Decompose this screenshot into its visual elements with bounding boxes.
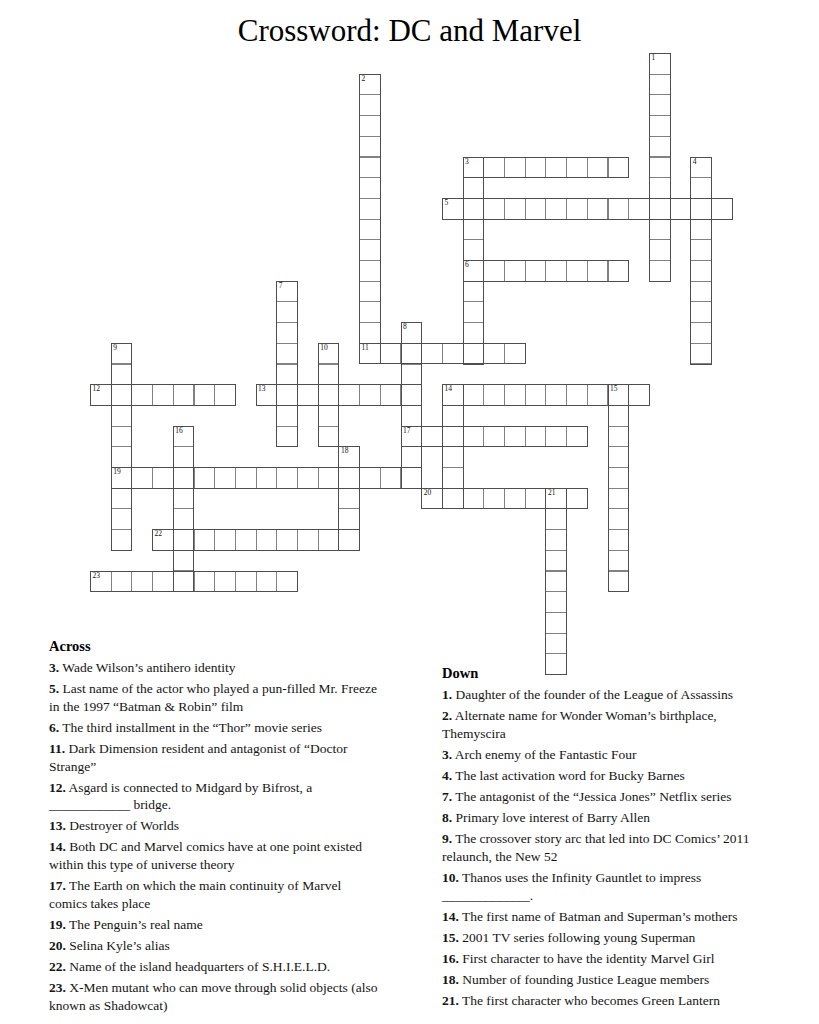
- grid-cell[interactable]: 19: [111, 467, 133, 489]
- grid-cell[interactable]: [545, 198, 567, 220]
- grid-cell[interactable]: [608, 198, 630, 220]
- grid-cell[interactable]: [608, 571, 630, 593]
- grid-cell[interactable]: [401, 364, 423, 386]
- grid-cell[interactable]: [173, 384, 195, 406]
- grid-cell[interactable]: [359, 301, 381, 323]
- grid-cell[interactable]: [401, 405, 423, 427]
- grid-cell[interactable]: [566, 260, 588, 282]
- grid-cell[interactable]: [483, 198, 505, 220]
- grid-cell[interactable]: [152, 571, 174, 593]
- grid-cell[interactable]: [545, 426, 567, 448]
- grid-cell[interactable]: [545, 260, 567, 282]
- clue-number: 22: [155, 530, 163, 538]
- grid-cell[interactable]: 3: [463, 157, 485, 179]
- grid-cell[interactable]: [380, 384, 402, 406]
- grid-cell[interactable]: [690, 322, 712, 344]
- grid-cell[interactable]: [608, 550, 630, 572]
- grid-cell[interactable]: [442, 405, 464, 427]
- grid-cell[interactable]: 17: [401, 426, 423, 448]
- clue-item-number: 22.: [49, 959, 66, 974]
- grid-cell[interactable]: [318, 384, 340, 406]
- grid-cell[interactable]: [338, 508, 360, 530]
- clue-item-12: 12. Asgard is connected to Midgard by Bi…: [49, 779, 427, 814]
- grid-cell[interactable]: [463, 343, 485, 365]
- clue-number: 16: [175, 427, 183, 435]
- clue-number: 18: [341, 447, 349, 455]
- clue-number: 17: [403, 427, 411, 435]
- grid-cell[interactable]: [628, 198, 650, 220]
- clue-item-number: 2.: [442, 708, 452, 723]
- clue-item-text: X-Men mutant who can move through solid …: [49, 980, 377, 1013]
- grid-cell[interactable]: [214, 571, 236, 593]
- grid-cell[interactable]: [608, 508, 630, 530]
- grid-cell[interactable]: [111, 426, 133, 448]
- grid-cell[interactable]: [359, 384, 381, 406]
- grid-cell[interactable]: [649, 74, 671, 96]
- clue-item-text: The Penguin’s real name: [66, 917, 203, 932]
- grid-cell[interactable]: [525, 157, 547, 179]
- clue-item-20: 20. Selina Kyle’s alias: [49, 937, 427, 955]
- grid-cell[interactable]: [463, 384, 485, 406]
- across-clue-list: 3. Wade Wilson’s antihero identity5. Las…: [49, 659, 427, 1014]
- grid-cell[interactable]: [131, 571, 153, 593]
- grid-cell[interactable]: [359, 239, 381, 261]
- grid-cell[interactable]: [194, 529, 216, 551]
- clue-item-number: 4.: [442, 768, 452, 783]
- grid-cell[interactable]: [608, 467, 630, 489]
- clue-item-number: 18.: [442, 972, 459, 987]
- grid-cell[interactable]: [111, 508, 133, 530]
- grid-cell[interactable]: [380, 467, 402, 489]
- grid-cell[interactable]: [338, 467, 360, 489]
- clue-item-23: 23. X-Men mutant who can move through so…: [49, 979, 427, 1014]
- grid-cell[interactable]: [545, 612, 567, 634]
- clue-number: 1: [651, 54, 655, 62]
- grid-cell[interactable]: [504, 426, 526, 448]
- grid-cell[interactable]: [670, 198, 692, 220]
- grid-cell[interactable]: [545, 591, 567, 613]
- clue-item-16: 16. First character to have the identity…: [442, 950, 814, 968]
- clue-item-number: 21.: [442, 993, 459, 1008]
- clue-item-9: 9. The crossover story arc that led into…: [442, 830, 814, 865]
- grid-cell[interactable]: 2: [359, 74, 381, 96]
- grid-cell[interactable]: [545, 633, 567, 655]
- grid-cell[interactable]: 10: [318, 343, 340, 365]
- clue-item-3: 3. Arch enemy of the Fantastic Four: [442, 746, 814, 764]
- clue-item-10: 10. Thanos uses the Infinity Gauntlet to…: [442, 869, 814, 904]
- clue-item-number: 19.: [49, 917, 66, 932]
- clue-item-text: Asgard is connected to Midgard by Bifros…: [49, 780, 312, 813]
- grid-cell[interactable]: [690, 198, 712, 220]
- grid-cell[interactable]: [442, 426, 464, 448]
- grid-cell[interactable]: [566, 488, 588, 510]
- grid-cell[interactable]: 22: [152, 529, 174, 551]
- grid-cell[interactable]: [173, 529, 195, 551]
- grid-cell[interactable]: [442, 446, 464, 468]
- grid-cell[interactable]: 14: [442, 384, 464, 406]
- grid-cell[interactable]: [690, 260, 712, 282]
- grid-cell[interactable]: [608, 529, 630, 551]
- grid-cell[interactable]: [566, 384, 588, 406]
- grid-cell[interactable]: [359, 94, 381, 116]
- clue-number: 23: [93, 572, 101, 580]
- grid-cell[interactable]: [194, 571, 216, 593]
- clue-item-number: 8.: [442, 810, 452, 825]
- grid-cell[interactable]: [111, 384, 133, 406]
- grid-cell[interactable]: [525, 260, 547, 282]
- grid-cell[interactable]: [152, 467, 174, 489]
- grid-cell[interactable]: [318, 405, 340, 427]
- grid-cell[interactable]: [504, 198, 526, 220]
- grid-cell[interactable]: [442, 343, 464, 365]
- grid-cell[interactable]: [194, 467, 216, 489]
- grid-cell[interactable]: [504, 488, 526, 510]
- grid-cell[interactable]: [545, 529, 567, 551]
- grid-cell[interactable]: [111, 571, 133, 593]
- grid-cell[interactable]: [566, 426, 588, 448]
- grid-cell[interactable]: [297, 529, 319, 551]
- crossword-page: Crossword: DC and Marvel 356111213141517…: [0, 0, 819, 1024]
- clue-item-number: 6.: [49, 720, 59, 735]
- grid-cell[interactable]: 13: [256, 384, 278, 406]
- grid-cell[interactable]: [649, 198, 671, 220]
- grid-cell[interactable]: 21: [545, 488, 567, 510]
- grid-cell[interactable]: [173, 488, 195, 510]
- grid-cell[interactable]: [545, 384, 567, 406]
- clue-item-text: The last activation word for Bucky Barne…: [452, 768, 685, 783]
- grid-cell[interactable]: [525, 426, 547, 448]
- clue-item-6: 6. The third installment in the “Thor” m…: [49, 719, 427, 737]
- grid-cell[interactable]: [649, 239, 671, 261]
- grid-cell[interactable]: [173, 571, 195, 593]
- grid-cell[interactable]: [463, 239, 485, 261]
- clue-item-text: Daughter of the founder of the League of…: [452, 687, 733, 702]
- grid-cell[interactable]: 8: [401, 322, 423, 344]
- grid-cell[interactable]: [649, 157, 671, 179]
- grid-cell[interactable]: [463, 198, 485, 220]
- grid-cell[interactable]: [483, 343, 505, 365]
- clue-item-number: 9.: [442, 831, 452, 846]
- clue-number: 14: [444, 385, 452, 393]
- grid-cell[interactable]: [318, 426, 340, 448]
- clue-item-8: 8. Primary love interest of Barry Allen: [442, 809, 814, 827]
- grid-cell[interactable]: [359, 260, 381, 282]
- grid-cell[interactable]: [318, 529, 340, 551]
- grid-cell[interactable]: [587, 157, 609, 179]
- clue-item-4: 4. The last activation word for Bucky Ba…: [442, 767, 814, 785]
- clue-item-text: First character to have the identity Mar…: [459, 951, 715, 966]
- grid-cell[interactable]: [690, 281, 712, 303]
- grid-cell[interactable]: [463, 301, 485, 323]
- grid-cell[interactable]: 11: [359, 343, 381, 365]
- grid-cell[interactable]: [545, 571, 567, 593]
- grid-cell[interactable]: [545, 157, 567, 179]
- clue-item-number: 20.: [49, 938, 66, 953]
- clue-item-number: 13.: [49, 818, 66, 833]
- grid-cell[interactable]: [525, 198, 547, 220]
- grid-cell[interactable]: [235, 467, 257, 489]
- grid-cell[interactable]: [359, 219, 381, 241]
- clue-number: 9: [113, 344, 117, 352]
- down-header: Down: [442, 665, 814, 683]
- clue-item-21: 21. The first character who becomes Gree…: [442, 992, 814, 1010]
- grid-cell[interactable]: [649, 177, 671, 199]
- grid-cell[interactable]: [442, 488, 464, 510]
- grid-cell[interactable]: [690, 177, 712, 199]
- grid-cell[interactable]: [276, 343, 298, 365]
- grid-cell[interactable]: [483, 426, 505, 448]
- grid-cell[interactable]: [525, 384, 547, 406]
- grid-cell[interactable]: [401, 343, 423, 365]
- clue-item-1: 1. Daughter of the founder of the League…: [442, 686, 814, 704]
- grid-cell[interactable]: [463, 426, 485, 448]
- down-clue-list: 1. Daughter of the founder of the League…: [442, 686, 814, 1010]
- grid-cell[interactable]: [690, 239, 712, 261]
- grid-cell[interactable]: [608, 260, 630, 282]
- grid-cell[interactable]: [276, 529, 298, 551]
- grid-cell[interactable]: [256, 467, 278, 489]
- grid-cell[interactable]: [214, 467, 236, 489]
- grid-cell[interactable]: [276, 384, 298, 406]
- grid-cell[interactable]: [173, 446, 195, 468]
- grid-cell[interactable]: [111, 488, 133, 510]
- grid-cell[interactable]: 9: [111, 343, 133, 365]
- clue-number: 13: [258, 385, 266, 393]
- grid-cell[interactable]: [318, 467, 340, 489]
- grid-cell[interactable]: [359, 115, 381, 137]
- grid-cell[interactable]: [359, 136, 381, 158]
- grid-cell[interactable]: [504, 343, 526, 365]
- grid-cell[interactable]: [194, 384, 216, 406]
- grid-cell[interactable]: 5: [442, 198, 464, 220]
- grid-cell[interactable]: [504, 157, 526, 179]
- clue-item-text: Wade Wilson’s antihero identity: [59, 660, 235, 675]
- grid-cell[interactable]: [463, 488, 485, 510]
- clue-item-text: Destroyer of Worlds: [66, 818, 179, 833]
- clue-item-3: 3. Wade Wilson’s antihero identity: [49, 659, 427, 677]
- grid-cell[interactable]: [587, 198, 609, 220]
- clue-item-14: 14. Both DC and Marvel comics have at on…: [49, 838, 427, 873]
- grid-cell[interactable]: 15: [608, 384, 630, 406]
- grid-cell[interactable]: [649, 136, 671, 158]
- grid-cell[interactable]: [173, 550, 195, 572]
- grid-cell[interactable]: [442, 467, 464, 489]
- grid-cell[interactable]: [359, 467, 381, 489]
- grid-cell[interactable]: [463, 281, 485, 303]
- grid-cell[interactable]: [214, 384, 236, 406]
- clue-number: 5: [444, 199, 448, 207]
- grid-cell[interactable]: [711, 198, 733, 220]
- grid-cell[interactable]: 23: [90, 571, 112, 593]
- grid-cell[interactable]: [359, 157, 381, 179]
- grid-cell[interactable]: [690, 301, 712, 323]
- clue-number: 2: [362, 75, 366, 83]
- clue-item-number: 7.: [442, 789, 452, 804]
- grid-cell[interactable]: [587, 384, 609, 406]
- grid-cell[interactable]: [214, 529, 236, 551]
- grid-cell[interactable]: [401, 467, 423, 489]
- clue-number: 8: [403, 323, 407, 331]
- clue-item-number: 3.: [442, 747, 452, 762]
- grid-cell[interactable]: 12: [90, 384, 112, 406]
- grid-cell[interactable]: [276, 467, 298, 489]
- grid-cell[interactable]: [297, 467, 319, 489]
- grid-cell[interactable]: [152, 384, 174, 406]
- across-clues-section: Across 3. Wade Wilson’s antihero identit…: [49, 638, 427, 1018]
- grid-cell[interactable]: [690, 343, 712, 365]
- grid-cell[interactable]: [235, 571, 257, 593]
- grid-cell[interactable]: [111, 446, 133, 468]
- clue-number: 4: [693, 158, 697, 166]
- grid-cell[interactable]: [649, 260, 671, 282]
- grid-cell[interactable]: 20: [421, 488, 443, 510]
- grid-cell[interactable]: 1: [649, 53, 671, 75]
- grid-cell[interactable]: [173, 508, 195, 530]
- grid-cell[interactable]: [628, 384, 650, 406]
- clue-item-2: 2. Alternate name for Wonder Woman’s bir…: [442, 707, 814, 742]
- grid-cell[interactable]: [649, 94, 671, 116]
- grid-cell[interactable]: [338, 488, 360, 510]
- grid-cell[interactable]: [483, 260, 505, 282]
- grid-cell[interactable]: [131, 384, 153, 406]
- clue-number: 20: [424, 489, 432, 497]
- grid-cell[interactable]: [131, 467, 153, 489]
- clue-number: 7: [279, 282, 283, 290]
- grid-cell[interactable]: [297, 384, 319, 406]
- grid-cell[interactable]: [421, 426, 443, 448]
- clue-item-text: Thanos uses the Infinity Gauntlet to imp…: [442, 870, 701, 903]
- clue-item-text: Arch enemy of the Fantastic Four: [452, 747, 636, 762]
- clue-item-number: 23.: [49, 980, 66, 995]
- grid-cell[interactable]: [545, 508, 567, 530]
- grid-cell[interactable]: [338, 529, 360, 551]
- clue-item-7: 7. The antagonist of the “Jessica Jones”…: [442, 788, 814, 806]
- grid-cell[interactable]: [566, 157, 588, 179]
- clue-item-number: 1.: [442, 687, 452, 702]
- grid-cell[interactable]: [483, 384, 505, 406]
- down-clues-section: Down 1. Daughter of the founder of the L…: [442, 665, 814, 1013]
- grid-cell[interactable]: [359, 198, 381, 220]
- clue-item-text: Selina Kyle’s alias: [66, 938, 170, 953]
- clue-number: 10: [320, 344, 328, 352]
- grid-cell[interactable]: 7: [276, 281, 298, 303]
- clue-number: 11: [362, 344, 369, 352]
- clue-item-text: The Earth on which the main continuity o…: [49, 878, 341, 911]
- clue-item-number: 15.: [442, 930, 459, 945]
- clue-item-number: 12.: [49, 780, 66, 795]
- grid-cell[interactable]: [608, 488, 630, 510]
- grid-cell[interactable]: [401, 384, 423, 406]
- grid-cell[interactable]: [235, 529, 257, 551]
- clue-item-number: 3.: [49, 660, 59, 675]
- grid-cell[interactable]: [463, 177, 485, 199]
- clue-item-18: 18. Number of founding Justice League me…: [442, 971, 814, 989]
- grid-cell[interactable]: [504, 260, 526, 282]
- grid-cell[interactable]: [256, 529, 278, 551]
- clue-item-text: Primary love interest of Barry Allen: [452, 810, 650, 825]
- grid-cell[interactable]: [483, 488, 505, 510]
- clue-item-text: The first name of Batman and Superman’s …: [459, 909, 738, 924]
- grid-cell[interactable]: [256, 571, 278, 593]
- grid-cell[interactable]: [359, 177, 381, 199]
- grid-cell[interactable]: [276, 322, 298, 344]
- clue-item-text: Number of founding Justice League member…: [459, 972, 709, 987]
- grid-cell[interactable]: [504, 384, 526, 406]
- grid-cell[interactable]: [276, 364, 298, 386]
- clue-number: 6: [465, 261, 469, 269]
- grid-cell[interactable]: [401, 446, 423, 468]
- grid-cell[interactable]: [608, 446, 630, 468]
- clue-item-14: 14. The first name of Batman and Superma…: [442, 908, 814, 926]
- grid-cell[interactable]: 16: [173, 426, 195, 448]
- clue-item-text: Last name of the actor who played a pun-…: [49, 681, 377, 714]
- clue-item-text: 2001 TV series following young Superman: [459, 930, 695, 945]
- clue-item-text: Name of the island headquarters of S.H.I…: [66, 959, 330, 974]
- clue-item-15: 15. 2001 TV series following young Super…: [442, 929, 814, 947]
- grid-cell[interactable]: 4: [690, 157, 712, 179]
- grid-cell[interactable]: [421, 343, 443, 365]
- clue-item-19: 19. The Penguin’s real name: [49, 916, 427, 934]
- clue-item-text: The antagonist of the “Jessica Jones” Ne…: [452, 789, 731, 804]
- clue-number: 12: [93, 385, 101, 393]
- clue-item-13: 13. Destroyer of Worlds: [49, 817, 427, 835]
- clue-item-number: 16.: [442, 951, 459, 966]
- clue-number: 3: [465, 158, 469, 166]
- clue-item-number: 11.: [49, 741, 65, 756]
- grid-cell[interactable]: [690, 219, 712, 241]
- grid-cell[interactable]: [608, 405, 630, 427]
- across-header: Across: [49, 638, 427, 656]
- grid-cell[interactable]: 18: [338, 446, 360, 468]
- grid-cell[interactable]: [525, 488, 547, 510]
- grid-cell[interactable]: [276, 426, 298, 448]
- grid-cell[interactable]: 6: [463, 260, 485, 282]
- grid-cell[interactable]: [608, 426, 630, 448]
- clue-number: 19: [113, 468, 121, 476]
- grid-cell[interactable]: [173, 467, 195, 489]
- grid-cell[interactable]: [380, 343, 402, 365]
- grid-cell[interactable]: [318, 364, 340, 386]
- grid-cell[interactable]: [111, 364, 133, 386]
- grid-cell[interactable]: [359, 281, 381, 303]
- grid-cell[interactable]: [649, 115, 671, 137]
- clue-item-text: Dark Dimension resident and antagonist o…: [49, 741, 347, 774]
- grid-cell[interactable]: [276, 571, 298, 593]
- clue-item-number: 17.: [49, 878, 66, 893]
- grid-cell[interactable]: [111, 405, 133, 427]
- grid-cell[interactable]: [566, 198, 588, 220]
- grid-cell[interactable]: [483, 157, 505, 179]
- clue-item-text: The first character who becomes Green La…: [459, 993, 720, 1008]
- grid-cell[interactable]: [463, 219, 485, 241]
- clue-item-text: The third installment in the “Thor” movi…: [59, 720, 322, 735]
- grid-cell[interactable]: [463, 322, 485, 344]
- clue-item-17: 17. The Earth on which the main continui…: [49, 877, 427, 912]
- grid-cell[interactable]: [276, 405, 298, 427]
- grid-cell[interactable]: [359, 322, 381, 344]
- grid-cell[interactable]: [276, 301, 298, 323]
- grid-cell[interactable]: [608, 157, 630, 179]
- crossword-grid: 3561112131415171920212223124789101618: [0, 0, 819, 700]
- grid-cell[interactable]: [545, 550, 567, 572]
- clue-number: 21: [548, 489, 556, 497]
- grid-cell[interactable]: [649, 219, 671, 241]
- clue-item-number: 14.: [49, 839, 66, 854]
- grid-cell[interactable]: [587, 260, 609, 282]
- grid-cell[interactable]: [338, 384, 360, 406]
- grid-cell[interactable]: [111, 529, 133, 551]
- clue-item-11: 11. Dark Dimension resident and antagoni…: [49, 740, 427, 775]
